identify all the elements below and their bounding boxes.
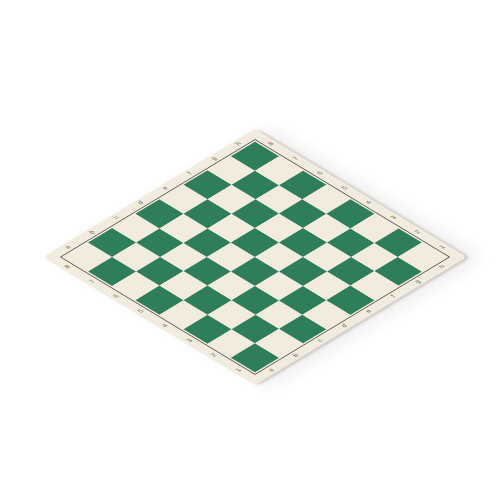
chess-board: abcdefgh abcdefgh 87654321 87654321	[43, 129, 467, 385]
product-photo-background: abcdefgh abcdefgh 87654321 87654321	[0, 0, 500, 500]
playing-area	[60, 139, 450, 375]
board-grid	[64, 142, 446, 373]
vinyl-mat: abcdefgh abcdefgh 87654321 87654321	[43, 129, 467, 385]
